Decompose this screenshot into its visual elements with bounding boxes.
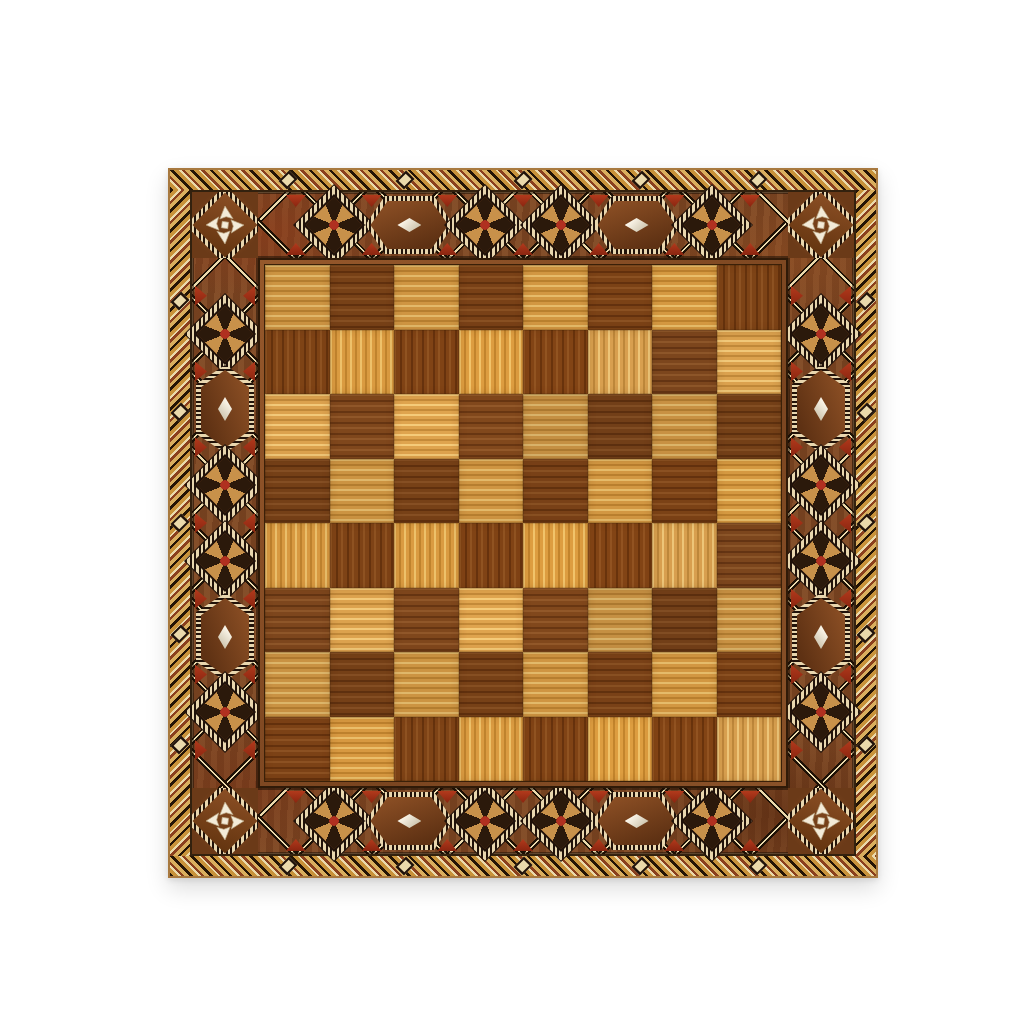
square-c6 [394,394,459,459]
rosette-medallion-icon [452,788,518,854]
pearl-diamond-icon [218,397,232,421]
playing-area-frame [258,258,788,788]
square-b2 [330,652,395,717]
hexagon-medallion-icon [365,792,453,850]
square-f8 [588,265,653,330]
square-g8 [652,265,717,330]
stripe-diamond-icon [856,735,875,754]
stripe-diamond-icon [170,735,189,754]
hexagon-medallion-icon [792,365,850,453]
square-e6 [523,394,588,459]
rosette-medallion-icon [528,788,594,854]
square-e7 [523,330,588,395]
square-h4 [717,523,782,588]
square-b1 [330,717,395,782]
square-f2 [588,652,653,717]
stripe-diamond-icon [749,856,768,875]
square-f7 [588,330,653,395]
rosette-medallion-icon [788,301,854,367]
rosette-medallion-icon [679,788,745,854]
square-f5 [588,459,653,524]
stripe-diamond-icon [631,170,650,189]
marquetry-border [190,190,856,856]
square-e4 [523,523,588,588]
stripe-diamond-icon [396,170,415,189]
rosette-medallion-icon [528,192,594,258]
rosette-medallion-icon [788,679,854,745]
rosette-medallion-icon [192,679,258,745]
stripe-diamond-icon [856,402,875,421]
square-e8 [523,265,588,330]
stripe-diamond-icon [170,624,189,643]
rosette-medallion-icon [301,788,367,854]
square-h1 [717,717,782,782]
rosette-medallion-icon [301,192,367,258]
square-b4 [330,523,395,588]
border-strip-left [192,258,258,788]
rosette-medallion-icon [452,192,518,258]
square-g3 [652,588,717,653]
square-d2 [459,652,524,717]
square-b5 [330,459,395,524]
square-c5 [394,459,459,524]
stripe-diamond-icon [856,624,875,643]
stripe-diamond-icon [396,856,415,875]
square-g2 [652,652,717,717]
hexagon-medallion-icon [196,365,254,453]
square-g7 [652,330,717,395]
border-strip-right [788,258,854,788]
stripe-diamond-icon [278,856,297,875]
square-c4 [394,523,459,588]
rosette-medallion-icon [788,528,854,594]
square-a2 [265,652,330,717]
square-a8 [265,265,330,330]
square-b7 [330,330,395,395]
square-h2 [717,652,782,717]
stripe-diamond-icon [856,291,875,310]
stripe-diamond-icon [749,170,768,189]
border-strip-top [258,192,788,258]
square-e2 [523,652,588,717]
square-g1 [652,717,717,782]
square-d7 [459,330,524,395]
pearl-diamond-icon [218,625,232,649]
square-d5 [459,459,524,524]
square-h3 [717,588,782,653]
square-e1 [523,717,588,782]
hexagon-medallion-icon [792,593,850,681]
square-a5 [265,459,330,524]
square-h6 [717,394,782,459]
stripe-diamond-icon [513,170,532,189]
square-a1 [265,717,330,782]
pearl-star-icon [798,798,844,844]
border-corner-top-right [788,192,854,258]
square-h8 [717,265,782,330]
pearl-star-icon [202,798,248,844]
square-f6 [588,394,653,459]
photo-background [0,0,1024,1024]
chess-board [168,168,878,878]
rosette-medallion-icon [192,528,258,594]
square-g4 [652,523,717,588]
square-h5 [717,459,782,524]
stripe-diamond-icon [170,402,189,421]
rosette-medallion-icon [192,301,258,367]
pearl-diamond-icon [625,218,649,232]
square-a3 [265,588,330,653]
square-h7 [717,330,782,395]
hexagon-medallion-icon [593,792,681,850]
square-f4 [588,523,653,588]
rosette-medallion-icon [679,192,745,258]
square-g6 [652,394,717,459]
square-a6 [265,394,330,459]
square-d1 [459,717,524,782]
hexagon-medallion-icon [593,196,681,254]
hexagon-medallion-icon [196,593,254,681]
board-grid [264,264,782,782]
stripe-diamond-icon [631,856,650,875]
pearl-diamond-icon [625,814,649,828]
striped-edge-band-top [170,170,876,190]
stripe-diamond-icon [170,513,189,532]
square-e3 [523,588,588,653]
square-f3 [588,588,653,653]
square-d3 [459,588,524,653]
pearl-star-icon [798,202,844,248]
border-strip-bottom [258,788,788,854]
square-c7 [394,330,459,395]
rosette-medallion-icon [192,452,258,518]
square-b6 [330,394,395,459]
square-a7 [265,330,330,395]
stripe-diamond-icon [513,856,532,875]
striped-edge-band-right [856,190,876,856]
pearl-diamond-icon [814,397,828,421]
striped-edge-band-left [170,190,190,856]
square-c8 [394,265,459,330]
hexagon-medallion-icon [365,196,453,254]
square-a4 [265,523,330,588]
stripe-diamond-icon [856,513,875,532]
border-corner-top-left [192,192,258,258]
stripe-diamond-icon [170,291,189,310]
rosette-medallion-icon [788,452,854,518]
stripe-diamond-icon [278,170,297,189]
square-c1 [394,717,459,782]
border-corner-bottom-right [788,788,854,854]
square-c2 [394,652,459,717]
pearl-diamond-icon [397,218,421,232]
border-corner-bottom-left [192,788,258,854]
square-f1 [588,717,653,782]
square-b8 [330,265,395,330]
square-b3 [330,588,395,653]
pearl-diamond-icon [397,814,421,828]
square-g5 [652,459,717,524]
square-c3 [394,588,459,653]
striped-edge-band-bottom [170,856,876,876]
pearl-star-icon [202,202,248,248]
square-e5 [523,459,588,524]
pearl-diamond-icon [814,625,828,649]
square-d8 [459,265,524,330]
square-d6 [459,394,524,459]
square-d4 [459,523,524,588]
